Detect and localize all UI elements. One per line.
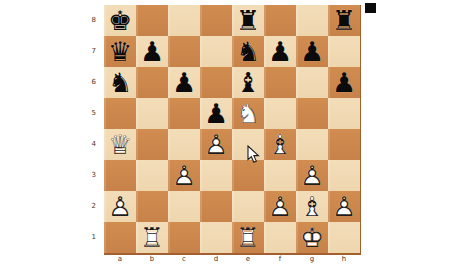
square-a1[interactable] [104,222,136,253]
square-d4[interactable]: ♟♙ [200,129,232,160]
piece-white-pawn: ♟♙ [296,160,328,191]
black-king-glyph: ♚ [104,5,136,36]
file-label-f: f [264,254,296,265]
rank-label-8: 8 [82,5,96,36]
rank-label-5: 5 [82,98,96,129]
white-pawn-outline: ♙ [264,191,296,222]
square-g4[interactable] [296,129,328,160]
file-label-e: e [232,254,264,265]
piece-black-pawn: ♟ [168,67,200,98]
square-h7[interactable] [328,36,360,67]
square-a4[interactable]: ♛♕ [104,129,136,160]
square-h1[interactable] [328,222,360,253]
square-g6[interactable] [296,67,328,98]
square-b8[interactable] [136,5,168,36]
piece-white-knight: ♞♘ [232,98,264,129]
piece-white-pawn: ♟♙ [264,191,296,222]
chess-board: ♚♜♜♛♟♞♟♟♞♟♝♟♟♞♘♛♕♟♙♝♗♟♙♟♙♟♙♟♙♝♗♟♙♜♖♜♖♚♔ [104,5,361,255]
black-pawn-glyph: ♟ [168,67,200,98]
square-g3[interactable]: ♟♙ [296,160,328,191]
square-g8[interactable] [296,5,328,36]
black-rook-glyph: ♜ [232,5,264,36]
rank-label-7: 7 [82,36,96,67]
white-bishop-outline: ♗ [296,191,328,222]
black-pawn-glyph: ♟ [328,67,360,98]
square-f7[interactable]: ♟ [264,36,296,67]
square-b4[interactable] [136,129,168,160]
square-h6[interactable]: ♟ [328,67,360,98]
square-h3[interactable] [328,160,360,191]
white-pawn-outline: ♙ [296,160,328,191]
square-c7[interactable] [168,36,200,67]
piece-white-rook: ♜♖ [232,222,264,253]
white-pawn-outline: ♙ [200,129,232,160]
white-knight-outline: ♘ [232,98,264,129]
square-d1[interactable] [200,222,232,253]
chess-diagram-page: 87654321 ♚♜♜♛♟♞♟♟♞♟♝♟♟♞♘♛♕♟♙♝♗♟♙♟♙♟♙♟♙♝♗… [0,0,474,266]
piece-white-pawn: ♟♙ [200,129,232,160]
square-d2[interactable] [200,191,232,222]
square-a3[interactable] [104,160,136,191]
piece-white-bishop: ♝♗ [264,129,296,160]
black-to-move-indicator [365,3,376,13]
square-h2[interactable]: ♟♙ [328,191,360,222]
square-c4[interactable] [168,129,200,160]
piece-black-king: ♚ [104,5,136,36]
piece-black-pawn: ♟ [200,98,232,129]
file-label-a: a [104,254,136,265]
square-g5[interactable] [296,98,328,129]
piece-white-pawn: ♟♙ [328,191,360,222]
black-pawn-glyph: ♟ [264,36,296,67]
square-b6[interactable] [136,67,168,98]
square-a5[interactable] [104,98,136,129]
square-e5[interactable]: ♞♘ [232,98,264,129]
square-a2[interactable]: ♟♙ [104,191,136,222]
rank-labels: 87654321 [82,5,100,253]
square-f2[interactable]: ♟♙ [264,191,296,222]
white-bishop-outline: ♗ [264,129,296,160]
black-knight-glyph: ♞ [232,36,264,67]
piece-black-pawn: ♟ [136,36,168,67]
square-f5[interactable] [264,98,296,129]
piece-black-rook: ♜ [232,5,264,36]
piece-white-king: ♚♔ [296,222,328,253]
white-rook-outline: ♖ [232,222,264,253]
rank-label-6: 6 [82,67,96,98]
black-rook-glyph: ♜ [328,5,360,36]
square-c6[interactable]: ♟ [168,67,200,98]
black-queen-glyph: ♛ [104,36,136,67]
white-queen-outline: ♕ [104,129,136,160]
square-d5[interactable]: ♟ [200,98,232,129]
piece-black-queen: ♛ [104,36,136,67]
square-b5[interactable] [136,98,168,129]
square-f3[interactable] [264,160,296,191]
black-bishop-glyph: ♝ [232,67,264,98]
square-d7[interactable] [200,36,232,67]
white-pawn-outline: ♙ [328,191,360,222]
square-h8[interactable]: ♜ [328,5,360,36]
square-b2[interactable] [136,191,168,222]
piece-black-pawn: ♟ [328,67,360,98]
square-h4[interactable] [328,129,360,160]
square-c8[interactable] [168,5,200,36]
square-c5[interactable] [168,98,200,129]
file-label-g: g [296,254,328,265]
piece-black-knight: ♞ [104,67,136,98]
square-a6[interactable]: ♞ [104,67,136,98]
square-c1[interactable] [168,222,200,253]
piece-white-bishop: ♝♗ [296,191,328,222]
square-a7[interactable]: ♛ [104,36,136,67]
file-label-c: c [168,254,200,265]
square-e3[interactable] [232,160,264,191]
square-d3[interactable] [200,160,232,191]
file-label-d: d [200,254,232,265]
file-labels: abcdefgh [104,254,360,265]
black-knight-glyph: ♞ [104,67,136,98]
black-pawn-glyph: ♟ [296,36,328,67]
square-b3[interactable] [136,160,168,191]
square-a8[interactable]: ♚ [104,5,136,36]
square-f4[interactable]: ♝♗ [264,129,296,160]
rank-label-4: 4 [82,129,96,160]
piece-white-rook: ♜♖ [136,222,168,253]
square-e1[interactable]: ♜♖ [232,222,264,253]
square-b1[interactable]: ♜♖ [136,222,168,253]
square-g2[interactable]: ♝♗ [296,191,328,222]
square-e8[interactable]: ♜ [232,5,264,36]
square-f6[interactable] [264,67,296,98]
file-label-b: b [136,254,168,265]
square-e6[interactable]: ♝ [232,67,264,98]
white-king-outline: ♔ [296,222,328,253]
piece-black-bishop: ♝ [232,67,264,98]
square-b7[interactable]: ♟ [136,36,168,67]
square-f1[interactable] [264,222,296,253]
square-g7[interactable]: ♟ [296,36,328,67]
black-pawn-glyph: ♟ [200,98,232,129]
rank-label-3: 3 [82,160,96,191]
square-c3[interactable]: ♟♙ [168,160,200,191]
rank-label-1: 1 [82,222,96,253]
piece-black-pawn: ♟ [296,36,328,67]
square-e4[interactable] [232,129,264,160]
square-h5[interactable] [328,98,360,129]
piece-black-knight: ♞ [232,36,264,67]
square-c2[interactable] [168,191,200,222]
square-e7[interactable]: ♞ [232,36,264,67]
piece-white-pawn: ♟♙ [168,160,200,191]
piece-black-rook: ♜ [328,5,360,36]
piece-black-pawn: ♟ [264,36,296,67]
square-f8[interactable] [264,5,296,36]
file-label-h: h [328,254,360,265]
square-d8[interactable] [200,5,232,36]
square-e2[interactable] [232,191,264,222]
black-pawn-glyph: ♟ [136,36,168,67]
rank-label-2: 2 [82,191,96,222]
square-g1[interactable]: ♚♔ [296,222,328,253]
white-pawn-outline: ♙ [104,191,136,222]
white-rook-outline: ♖ [136,222,168,253]
white-pawn-outline: ♙ [168,160,200,191]
piece-white-pawn: ♟♙ [104,191,136,222]
piece-white-queen: ♛♕ [104,129,136,160]
square-d6[interactable] [200,67,232,98]
